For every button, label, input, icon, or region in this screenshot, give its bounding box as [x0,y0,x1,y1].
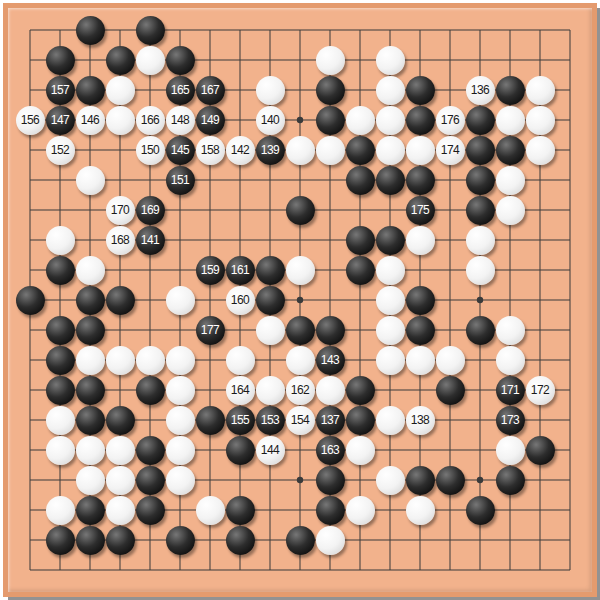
black-stone [376,226,405,255]
white-stone [166,376,195,405]
white-stone [496,106,525,135]
move-number-label: 170 [111,196,130,225]
black-stone [286,526,315,555]
white-stone [316,136,345,165]
white-stone: 160 [226,286,255,315]
white-stone: 138 [406,406,435,435]
white-stone [106,466,135,495]
black-stone [286,316,315,345]
black-stone: 167 [196,76,225,105]
black-stone [226,526,255,555]
white-stone: 142 [226,136,255,165]
white-stone [106,106,135,135]
white-stone: 164 [226,376,255,405]
white-stone [46,436,75,465]
white-stone: 170 [106,196,135,225]
white-stone: 156 [16,106,45,135]
black-stone [346,256,375,285]
black-stone [406,316,435,345]
black-stone [46,346,75,375]
black-stone [106,46,135,75]
black-stone [466,166,495,195]
black-stone [316,76,345,105]
black-stone: 145 [166,136,195,165]
white-stone [376,256,405,285]
black-stone [316,496,345,525]
white-stone [316,376,345,405]
stones-layer: 1571651671361561471461661481491401761521… [0,0,600,600]
black-stone [436,376,465,405]
black-stone [136,436,165,465]
black-stone [466,106,495,135]
white-stone: 150 [136,136,165,165]
move-number-label: 146 [81,106,100,135]
white-stone [496,436,525,465]
white-stone: 158 [196,136,225,165]
move-number-label: 172 [531,376,550,405]
white-stone [76,436,105,465]
white-stone [106,436,135,465]
move-number-label: 163 [321,436,340,465]
white-stone [136,346,165,375]
white-stone [466,256,495,285]
black-stone [196,406,225,435]
white-stone [106,76,135,105]
black-stone: 173 [496,406,525,435]
move-number-label: 151 [171,166,190,195]
white-stone [376,346,405,375]
black-stone [496,466,525,495]
move-number-label: 137 [321,406,340,435]
white-stone [46,226,75,255]
black-stone [76,376,105,405]
black-stone [406,286,435,315]
move-number-label: 161 [231,256,250,285]
white-stone [76,166,105,195]
black-stone [406,106,435,135]
white-stone [376,106,405,135]
black-stone [496,76,525,105]
white-stone [376,406,405,435]
black-stone [136,496,165,525]
black-stone [316,466,345,495]
white-stone [226,346,255,375]
move-number-label: 154 [291,406,310,435]
white-stone [526,76,555,105]
white-stone: 154 [286,406,315,435]
black-stone [136,466,165,495]
white-stone [346,496,375,525]
move-number-label: 159 [201,256,220,285]
black-stone [316,316,345,345]
black-stone: 169 [136,196,165,225]
white-stone [286,136,315,165]
white-stone [496,316,525,345]
black-stone [406,466,435,495]
black-stone [316,106,345,135]
black-stone: 163 [316,436,345,465]
move-number-label: 148 [171,106,190,135]
black-stone [466,136,495,165]
white-stone [46,406,75,435]
move-number-label: 166 [141,106,160,135]
move-number-label: 164 [231,376,250,405]
black-stone [496,136,525,165]
black-stone [406,166,435,195]
move-number-label: 138 [411,406,430,435]
white-stone: 136 [466,76,495,105]
white-stone [346,106,375,135]
white-stone [166,436,195,465]
white-stone [496,196,525,225]
black-stone [76,286,105,315]
white-stone [496,346,525,375]
black-stone: 151 [166,166,195,195]
white-stone [346,436,375,465]
white-stone [166,346,195,375]
black-stone: 149 [196,106,225,135]
move-number-label: 173 [501,406,520,435]
move-number-label: 171 [501,376,520,405]
black-stone: 139 [256,136,285,165]
white-stone [436,346,465,375]
move-number-label: 152 [51,136,70,165]
black-stone [46,46,75,75]
black-stone: 165 [166,76,195,105]
white-stone: 172 [526,376,555,405]
black-stone [346,166,375,195]
move-number-label: 141 [141,226,160,255]
white-stone [196,496,225,525]
black-stone [16,286,45,315]
black-stone: 153 [256,406,285,435]
black-stone [166,526,195,555]
black-stone [106,286,135,315]
black-stone: 155 [226,406,255,435]
white-stone [256,76,285,105]
white-stone [256,376,285,405]
black-stone [376,166,405,195]
move-number-label: 175 [411,196,430,225]
black-stone: 147 [46,106,75,135]
white-stone: 148 [166,106,195,135]
move-number-label: 144 [261,436,280,465]
move-number-label: 155 [231,406,250,435]
move-number-label: 139 [261,136,280,165]
move-number-label: 142 [231,136,250,165]
white-stone: 140 [256,106,285,135]
black-stone [76,496,105,525]
white-stone [76,466,105,495]
black-stone: 171 [496,376,525,405]
white-stone [166,466,195,495]
move-number-label: 149 [201,106,220,135]
black-stone: 137 [316,406,345,435]
black-stone [526,436,555,465]
black-stone: 157 [46,76,75,105]
black-stone [76,16,105,45]
move-number-label: 150 [141,136,160,165]
white-stone [496,166,525,195]
white-stone [376,46,405,75]
white-stone [526,136,555,165]
white-stone [106,496,135,525]
black-stone [466,496,495,525]
black-stone [136,376,165,405]
black-stone [256,256,285,285]
move-number-label: 136 [471,76,490,105]
white-stone: 146 [76,106,105,135]
move-number-label: 160 [231,286,250,315]
white-stone: 144 [256,436,285,465]
black-stone [346,226,375,255]
black-stone [76,526,105,555]
black-stone [46,376,75,405]
white-stone [466,226,495,255]
move-number-label: 143 [321,346,340,375]
black-stone [226,496,255,525]
move-number-label: 153 [261,406,280,435]
white-stone [406,136,435,165]
black-stone: 175 [406,196,435,225]
move-number-label: 165 [171,76,190,105]
black-stone [46,256,75,285]
move-number-label: 177 [201,316,220,345]
white-stone [136,46,165,75]
white-stone: 174 [436,136,465,165]
black-stone: 159 [196,256,225,285]
white-stone: 168 [106,226,135,255]
white-stone [316,46,345,75]
go-board[interactable]: 1571651671361561471461661481491401761521… [0,0,600,600]
black-stone [346,136,375,165]
black-stone [46,316,75,345]
move-number-label: 168 [111,226,130,255]
white-stone: 152 [46,136,75,165]
move-number-label: 174 [441,136,460,165]
move-number-label: 157 [51,76,70,105]
black-stone [466,196,495,225]
black-stone [136,16,165,45]
move-number-label: 140 [261,106,280,135]
black-stone [76,406,105,435]
move-number-label: 169 [141,196,160,225]
black-stone [406,76,435,105]
white-stone [316,526,345,555]
white-stone [166,406,195,435]
white-stone [406,496,435,525]
black-stone [226,436,255,465]
black-stone: 143 [316,346,345,375]
black-stone [76,76,105,105]
black-stone [166,46,195,75]
white-stone [106,346,135,375]
white-stone [406,226,435,255]
move-number-label: 145 [171,136,190,165]
black-stone [256,286,285,315]
white-stone [406,346,435,375]
black-stone [106,526,135,555]
move-number-label: 176 [441,106,460,135]
move-number-label: 167 [201,76,220,105]
white-stone [376,316,405,345]
black-stone [106,406,135,435]
black-stone: 177 [196,316,225,345]
white-stone: 162 [286,376,315,405]
white-stone [76,256,105,285]
black-stone [286,196,315,225]
white-stone [286,346,315,375]
white-stone [376,286,405,315]
white-stone [166,286,195,315]
black-stone [466,316,495,345]
black-stone: 141 [136,226,165,255]
move-number-label: 147 [51,106,70,135]
black-stone: 161 [226,256,255,285]
white-stone [376,136,405,165]
white-stone: 176 [436,106,465,135]
black-stone [76,316,105,345]
black-stone [346,406,375,435]
black-stone [436,466,465,495]
black-stone [46,526,75,555]
white-stone: 166 [136,106,165,135]
black-stone [346,376,375,405]
white-stone [76,346,105,375]
white-stone [376,76,405,105]
white-stone [526,106,555,135]
move-number-label: 162 [291,376,310,405]
white-stone [256,316,285,345]
white-stone [286,256,315,285]
move-number-label: 158 [201,136,220,165]
move-number-label: 156 [21,106,40,135]
white-stone [46,496,75,525]
white-stone [376,466,405,495]
